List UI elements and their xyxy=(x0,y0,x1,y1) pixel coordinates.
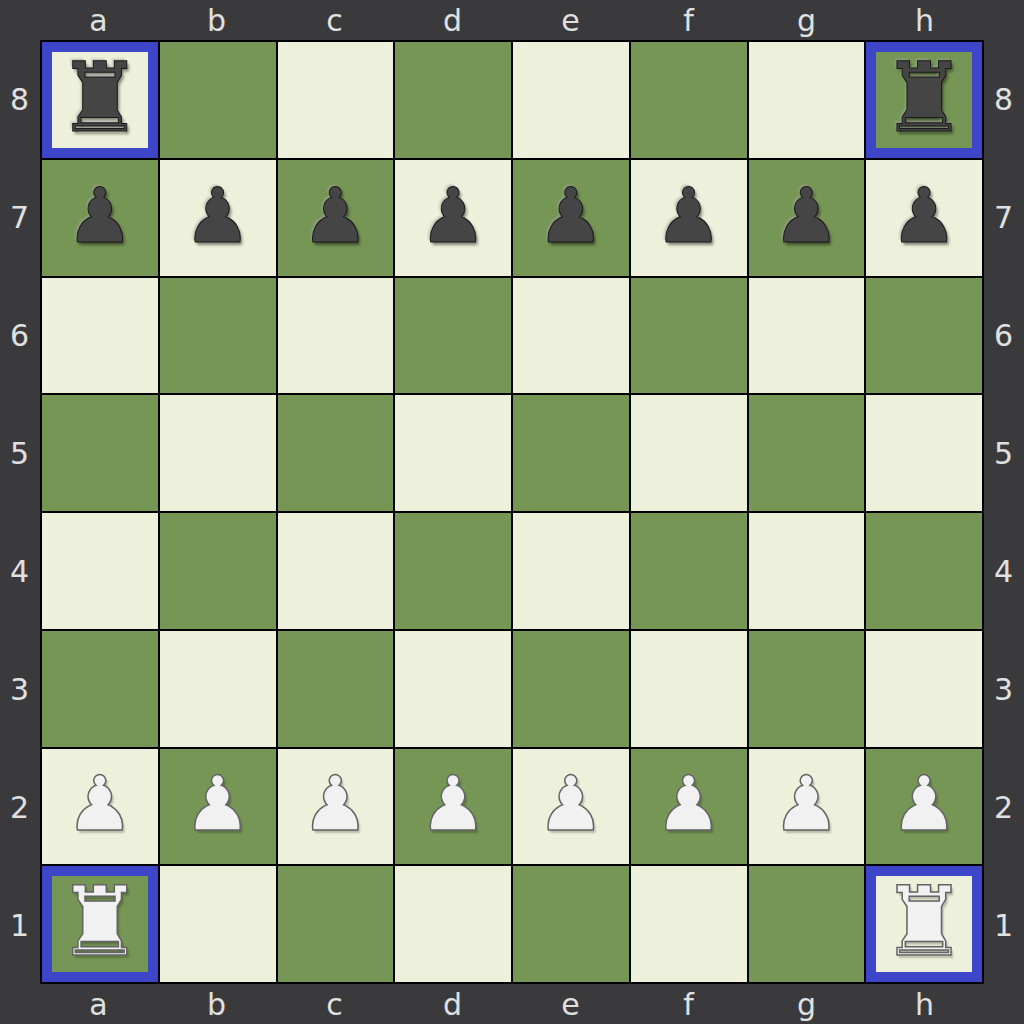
square-a5[interactable] xyxy=(42,395,158,511)
square-d8[interactable] xyxy=(395,42,511,158)
square-f2[interactable]: ♟ xyxy=(631,749,747,865)
square-e4[interactable] xyxy=(513,513,629,629)
square-g1[interactable] xyxy=(749,866,865,982)
square-d6[interactable] xyxy=(395,278,511,394)
white-pawn[interactable]: ♟ xyxy=(419,766,487,842)
square-a8[interactable]: ♜ xyxy=(42,42,158,158)
rank-label-left-6: 6 xyxy=(0,276,40,394)
square-b5[interactable] xyxy=(160,395,276,511)
black-pawn[interactable]: ♟ xyxy=(655,178,723,254)
white-pawn[interactable]: ♟ xyxy=(184,766,252,842)
square-b1[interactable] xyxy=(160,866,276,982)
square-f7[interactable]: ♟ xyxy=(631,160,747,276)
square-g6[interactable] xyxy=(749,278,865,394)
rank-label-right-4: 4 xyxy=(984,512,1024,630)
chess-board: ♜♜♟♟♟♟♟♟♟♟♟♟♟♟♟♟♟♟♜♜ xyxy=(40,40,984,984)
white-pawn[interactable]: ♟ xyxy=(772,766,840,842)
square-b3[interactable] xyxy=(160,631,276,747)
file-label-top-d: d xyxy=(394,0,512,40)
square-e3[interactable] xyxy=(513,631,629,747)
rank-label-left-1: 1 xyxy=(0,866,40,984)
file-label-top-e: e xyxy=(512,0,630,40)
square-b2[interactable]: ♟ xyxy=(160,749,276,865)
square-e1[interactable] xyxy=(513,866,629,982)
white-pawn[interactable]: ♟ xyxy=(890,766,958,842)
rank-label-right-8: 8 xyxy=(984,40,1024,158)
black-pawn[interactable]: ♟ xyxy=(301,178,369,254)
square-a1[interactable]: ♜ xyxy=(42,866,158,982)
rank-label-right-6: 6 xyxy=(984,276,1024,394)
square-d7[interactable]: ♟ xyxy=(395,160,511,276)
file-label-bottom-b: b xyxy=(158,984,276,1024)
square-f8[interactable] xyxy=(631,42,747,158)
rank-label-left-8: 8 xyxy=(0,40,40,158)
square-h8[interactable]: ♜ xyxy=(866,42,982,158)
file-label-bottom-c: c xyxy=(276,984,394,1024)
square-c8[interactable] xyxy=(278,42,394,158)
black-pawn[interactable]: ♟ xyxy=(890,178,958,254)
square-d3[interactable] xyxy=(395,631,511,747)
rank-label-left-3: 3 xyxy=(0,630,40,748)
file-label-top-g: g xyxy=(748,0,866,40)
white-pawn[interactable]: ♟ xyxy=(537,766,605,842)
square-f4[interactable] xyxy=(631,513,747,629)
rank-label-left-5: 5 xyxy=(0,394,40,512)
file-label-top-c: c xyxy=(276,0,394,40)
black-pawn[interactable]: ♟ xyxy=(419,178,487,254)
file-label-bottom-f: f xyxy=(630,984,748,1024)
square-g8[interactable] xyxy=(749,42,865,158)
file-label-bottom-a: a xyxy=(40,984,158,1024)
white-pawn[interactable]: ♟ xyxy=(66,766,134,842)
square-b6[interactable] xyxy=(160,278,276,394)
rank-label-right-5: 5 xyxy=(984,394,1024,512)
square-f3[interactable] xyxy=(631,631,747,747)
white-pawn[interactable]: ♟ xyxy=(301,766,369,842)
square-f1[interactable] xyxy=(631,866,747,982)
square-c6[interactable] xyxy=(278,278,394,394)
white-rook[interactable]: ♜ xyxy=(57,874,143,970)
square-c5[interactable] xyxy=(278,395,394,511)
square-g2[interactable]: ♟ xyxy=(749,749,865,865)
square-b8[interactable] xyxy=(160,42,276,158)
square-b4[interactable] xyxy=(160,513,276,629)
square-h6[interactable] xyxy=(866,278,982,394)
chess-board-screen: ♜♜♟♟♟♟♟♟♟♟♟♟♟♟♟♟♟♟♜♜ aabbccddeeffgghh887… xyxy=(0,0,1024,1024)
square-c7[interactable]: ♟ xyxy=(278,160,394,276)
file-label-top-b: b xyxy=(158,0,276,40)
file-label-bottom-g: g xyxy=(748,984,866,1024)
square-d5[interactable] xyxy=(395,395,511,511)
square-g5[interactable] xyxy=(749,395,865,511)
square-f5[interactable] xyxy=(631,395,747,511)
rank-label-right-7: 7 xyxy=(984,158,1024,276)
rank-label-left-4: 4 xyxy=(0,512,40,630)
rank-label-left-2: 2 xyxy=(0,748,40,866)
square-g7[interactable]: ♟ xyxy=(749,160,865,276)
black-rook[interactable]: ♜ xyxy=(57,50,143,146)
black-rook[interactable]: ♜ xyxy=(881,50,967,146)
square-c2[interactable]: ♟ xyxy=(278,749,394,865)
file-label-top-h: h xyxy=(866,0,984,40)
file-label-bottom-h: h xyxy=(866,984,984,1024)
rank-label-right-1: 1 xyxy=(984,866,1024,984)
square-d2[interactable]: ♟ xyxy=(395,749,511,865)
square-b7[interactable]: ♟ xyxy=(160,160,276,276)
square-g3[interactable] xyxy=(749,631,865,747)
rank-label-left-7: 7 xyxy=(0,158,40,276)
black-pawn[interactable]: ♟ xyxy=(772,178,840,254)
black-pawn[interactable]: ♟ xyxy=(537,178,605,254)
file-label-top-f: f xyxy=(630,0,748,40)
square-e5[interactable] xyxy=(513,395,629,511)
file-label-top-a: a xyxy=(40,0,158,40)
white-pawn[interactable]: ♟ xyxy=(655,766,723,842)
square-e6[interactable] xyxy=(513,278,629,394)
square-g4[interactable] xyxy=(749,513,865,629)
square-c3[interactable] xyxy=(278,631,394,747)
file-label-bottom-d: d xyxy=(394,984,512,1024)
square-h1[interactable]: ♜ xyxy=(866,866,982,982)
square-e8[interactable] xyxy=(513,42,629,158)
black-pawn[interactable]: ♟ xyxy=(184,178,252,254)
square-a7[interactable]: ♟ xyxy=(42,160,158,276)
square-a2[interactable]: ♟ xyxy=(42,749,158,865)
black-pawn[interactable]: ♟ xyxy=(66,178,134,254)
square-h4[interactable] xyxy=(866,513,982,629)
square-c4[interactable] xyxy=(278,513,394,629)
square-d1[interactable] xyxy=(395,866,511,982)
square-h2[interactable]: ♟ xyxy=(866,749,982,865)
square-a3[interactable] xyxy=(42,631,158,747)
square-f6[interactable] xyxy=(631,278,747,394)
square-h5[interactable] xyxy=(866,395,982,511)
square-c1[interactable] xyxy=(278,866,394,982)
square-h3[interactable] xyxy=(866,631,982,747)
square-a4[interactable] xyxy=(42,513,158,629)
rank-label-right-2: 2 xyxy=(984,748,1024,866)
square-d4[interactable] xyxy=(395,513,511,629)
square-e7[interactable]: ♟ xyxy=(513,160,629,276)
square-e2[interactable]: ♟ xyxy=(513,749,629,865)
square-a6[interactable] xyxy=(42,278,158,394)
white-rook[interactable]: ♜ xyxy=(881,874,967,970)
file-label-bottom-e: e xyxy=(512,984,630,1024)
rank-label-right-3: 3 xyxy=(984,630,1024,748)
square-h7[interactable]: ♟ xyxy=(866,160,982,276)
